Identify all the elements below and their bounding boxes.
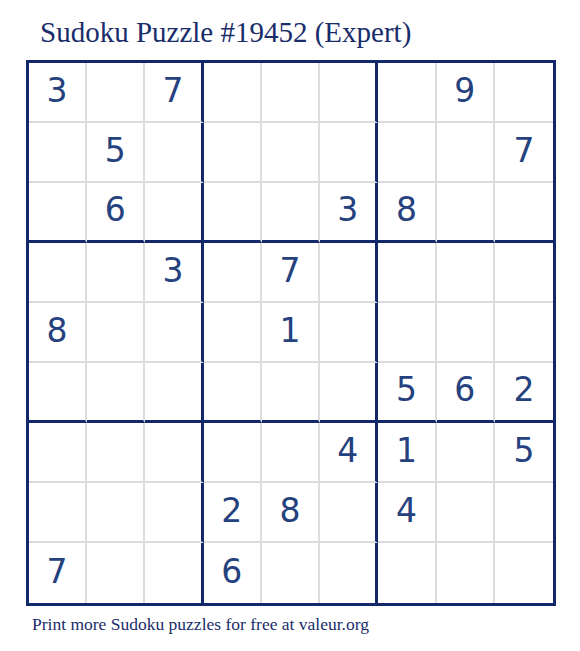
cell-r5c2[interactable] xyxy=(87,303,145,363)
cell-r3c5[interactable] xyxy=(262,183,320,243)
cell-r7c9[interactable]: 5 xyxy=(495,423,553,483)
cell-r5c1[interactable]: 8 xyxy=(29,303,87,363)
cell-r7c8[interactable] xyxy=(437,423,495,483)
footer-text: Print more Sudoku puzzles for free at va… xyxy=(32,612,369,636)
cell-r6c8[interactable]: 6 xyxy=(437,363,495,423)
cell-r7c3[interactable] xyxy=(145,423,203,483)
cell-r9c9[interactable] xyxy=(495,543,553,603)
cell-r9c8[interactable] xyxy=(437,543,495,603)
cell-r3c8[interactable] xyxy=(437,183,495,243)
cell-r7c6[interactable]: 4 xyxy=(320,423,378,483)
cell-r2c9[interactable]: 7 xyxy=(495,123,553,183)
cell-r8c9[interactable] xyxy=(495,483,553,543)
cell-r9c7[interactable] xyxy=(378,543,436,603)
cell-r8c6[interactable] xyxy=(320,483,378,543)
cell-r4c4[interactable] xyxy=(204,243,262,303)
cell-r3c1[interactable] xyxy=(29,183,87,243)
cell-r6c2[interactable] xyxy=(87,363,145,423)
cell-r5c7[interactable] xyxy=(378,303,436,363)
cell-r5c3[interactable] xyxy=(145,303,203,363)
cell-r3c6[interactable]: 3 xyxy=(320,183,378,243)
cell-r3c7[interactable]: 8 xyxy=(378,183,436,243)
cell-r6c7[interactable]: 5 xyxy=(378,363,436,423)
cell-r6c3[interactable] xyxy=(145,363,203,423)
cell-r8c7[interactable]: 4 xyxy=(378,483,436,543)
cell-r4c9[interactable] xyxy=(495,243,553,303)
cell-r7c7[interactable]: 1 xyxy=(378,423,436,483)
cell-r1c3[interactable]: 7 xyxy=(145,63,203,123)
cell-r2c3[interactable] xyxy=(145,123,203,183)
cell-r8c5[interactable]: 8 xyxy=(262,483,320,543)
cell-r6c5[interactable] xyxy=(262,363,320,423)
cell-r8c3[interactable] xyxy=(145,483,203,543)
cell-r5c6[interactable] xyxy=(320,303,378,363)
cell-r2c2[interactable]: 5 xyxy=(87,123,145,183)
cell-r8c1[interactable] xyxy=(29,483,87,543)
cell-r2c8[interactable] xyxy=(437,123,495,183)
cell-r1c1[interactable]: 3 xyxy=(29,63,87,123)
cell-r4c8[interactable] xyxy=(437,243,495,303)
sudoku-board: 37957638378156241528476 xyxy=(26,60,556,606)
cell-r4c6[interactable] xyxy=(320,243,378,303)
cell-r7c1[interactable] xyxy=(29,423,87,483)
cell-r1c8[interactable]: 9 xyxy=(437,63,495,123)
cell-r2c5[interactable] xyxy=(262,123,320,183)
cell-r2c1[interactable] xyxy=(29,123,87,183)
cell-r2c6[interactable] xyxy=(320,123,378,183)
cell-r1c5[interactable] xyxy=(262,63,320,123)
cell-r9c2[interactable] xyxy=(87,543,145,603)
cell-r7c5[interactable] xyxy=(262,423,320,483)
cell-r1c7[interactable] xyxy=(378,63,436,123)
cell-r4c5[interactable]: 7 xyxy=(262,243,320,303)
cell-r5c9[interactable] xyxy=(495,303,553,363)
cell-r4c1[interactable] xyxy=(29,243,87,303)
cell-r3c4[interactable] xyxy=(204,183,262,243)
cell-r9c1[interactable]: 7 xyxy=(29,543,87,603)
cell-r1c6[interactable] xyxy=(320,63,378,123)
cell-r4c3[interactable]: 3 xyxy=(145,243,203,303)
cell-r5c5[interactable]: 1 xyxy=(262,303,320,363)
cell-r5c4[interactable] xyxy=(204,303,262,363)
cell-r9c3[interactable] xyxy=(145,543,203,603)
cell-r6c1[interactable] xyxy=(29,363,87,423)
page-title: Sudoku Puzzle #19452 (Expert) xyxy=(40,14,411,50)
cell-r2c7[interactable] xyxy=(378,123,436,183)
cell-r8c2[interactable] xyxy=(87,483,145,543)
cell-r5c8[interactable] xyxy=(437,303,495,363)
cell-r3c2[interactable]: 6 xyxy=(87,183,145,243)
cell-r2c4[interactable] xyxy=(204,123,262,183)
cell-r7c2[interactable] xyxy=(87,423,145,483)
cell-r3c9[interactable] xyxy=(495,183,553,243)
cell-r9c6[interactable] xyxy=(320,543,378,603)
cell-r7c4[interactable] xyxy=(204,423,262,483)
cell-r8c8[interactable] xyxy=(437,483,495,543)
cell-r1c2[interactable] xyxy=(87,63,145,123)
cell-r4c7[interactable] xyxy=(378,243,436,303)
cell-r1c9[interactable] xyxy=(495,63,553,123)
cell-r4c2[interactable] xyxy=(87,243,145,303)
cell-r3c3[interactable] xyxy=(145,183,203,243)
cell-r6c6[interactable] xyxy=(320,363,378,423)
cell-r6c9[interactable]: 2 xyxy=(495,363,553,423)
cell-r8c4[interactable]: 2 xyxy=(204,483,262,543)
cell-r1c4[interactable] xyxy=(204,63,262,123)
cell-r9c5[interactable] xyxy=(262,543,320,603)
cell-r6c4[interactable] xyxy=(204,363,262,423)
cell-r9c4[interactable]: 6 xyxy=(204,543,262,603)
